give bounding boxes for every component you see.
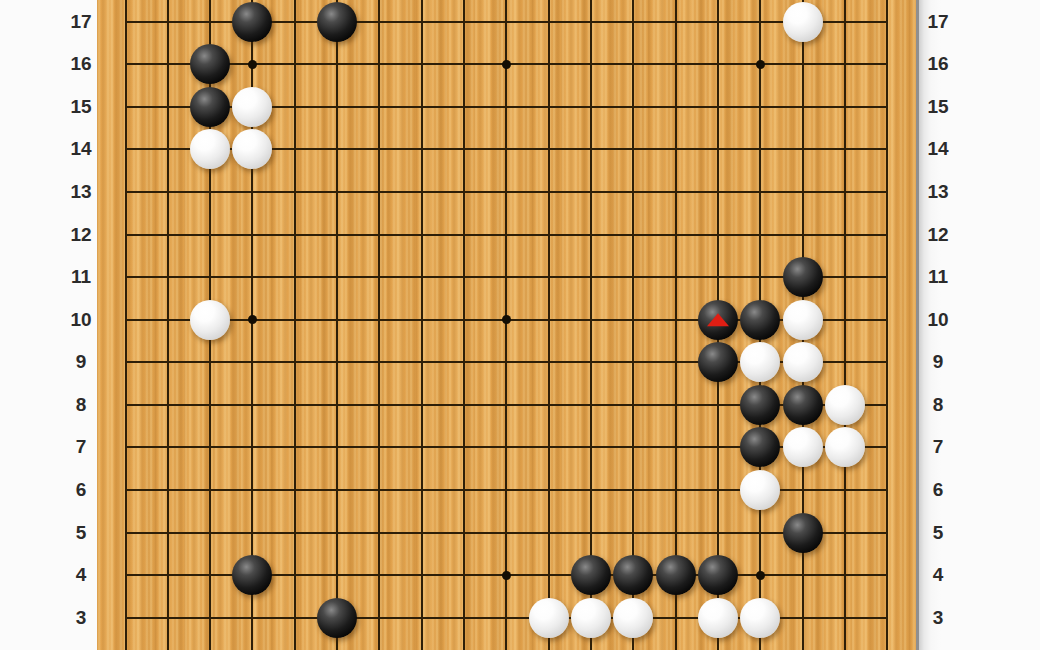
- go-app-window: 17161514131211109876543 1716151413121110…: [0, 0, 1040, 650]
- vertical-grid-line: [675, 0, 677, 650]
- row-label-right: 13: [918, 181, 958, 203]
- star-point: [248, 315, 257, 324]
- row-label-left: 8: [61, 394, 101, 416]
- horizontal-grid-line: [125, 234, 889, 236]
- black-stone[interactable]: [783, 385, 823, 425]
- row-label-right: 7: [918, 436, 958, 458]
- black-stone[interactable]: [698, 555, 738, 595]
- black-stone[interactable]: [190, 44, 230, 84]
- white-stone[interactable]: [783, 300, 823, 340]
- white-stone[interactable]: [825, 385, 865, 425]
- white-stone[interactable]: [529, 598, 569, 638]
- star-point: [248, 60, 257, 69]
- row-label-right: 14: [918, 138, 958, 160]
- black-stone[interactable]: [740, 300, 780, 340]
- left-coordinate-strip: 17161514131211109876543: [0, 0, 97, 650]
- white-stone[interactable]: [740, 470, 780, 510]
- black-stone[interactable]: [656, 555, 696, 595]
- white-stone[interactable]: [571, 598, 611, 638]
- row-label-left: 17: [61, 11, 101, 33]
- black-stone[interactable]: [232, 555, 272, 595]
- star-point: [756, 60, 765, 69]
- row-label-left: 3: [61, 607, 101, 629]
- white-stone[interactable]: [232, 129, 272, 169]
- row-label-right: 17: [918, 11, 958, 33]
- star-point: [756, 571, 765, 580]
- white-stone[interactable]: [783, 427, 823, 467]
- star-point: [502, 60, 511, 69]
- vertical-grid-line: [294, 0, 296, 650]
- row-label-right: 10: [918, 309, 958, 331]
- row-label-left: 14: [61, 138, 101, 160]
- white-stone[interactable]: [613, 598, 653, 638]
- vertical-grid-line: [886, 0, 888, 650]
- black-stone[interactable]: [698, 342, 738, 382]
- white-stone[interactable]: [825, 427, 865, 467]
- black-stone[interactable]: [317, 2, 357, 42]
- horizontal-grid-line: [125, 532, 889, 534]
- row-label-right: 15: [918, 96, 958, 118]
- vertical-grid-line: [844, 0, 846, 650]
- row-label-right: 8: [918, 394, 958, 416]
- vertical-grid-line: [505, 0, 507, 650]
- vertical-grid-line: [378, 0, 380, 650]
- black-stone[interactable]: [740, 385, 780, 425]
- row-label-left: 13: [61, 181, 101, 203]
- row-label-left: 4: [61, 564, 101, 586]
- row-label-left: 9: [61, 351, 101, 373]
- black-stone[interactable]: [783, 513, 823, 553]
- row-label-left: 15: [61, 96, 101, 118]
- white-stone[interactable]: [740, 342, 780, 382]
- black-stone[interactable]: [783, 257, 823, 297]
- row-label-left: 11: [61, 266, 101, 288]
- vertical-grid-line: [548, 0, 550, 650]
- row-label-right: 16: [918, 53, 958, 75]
- white-stone[interactable]: [783, 2, 823, 42]
- star-point: [502, 315, 511, 324]
- white-stone[interactable]: [190, 129, 230, 169]
- row-label-left: 12: [61, 224, 101, 246]
- row-label-right: 9: [918, 351, 958, 373]
- vertical-grid-line: [421, 0, 423, 650]
- white-stone[interactable]: [190, 300, 230, 340]
- row-label-right: 3: [918, 607, 958, 629]
- row-label-left: 5: [61, 522, 101, 544]
- white-stone[interactable]: [232, 87, 272, 127]
- right-coordinate-strip: 17161514131211109876543: [916, 0, 1040, 650]
- row-label-right: 6: [918, 479, 958, 501]
- row-label-left: 10: [61, 309, 101, 331]
- black-stone[interactable]: [232, 2, 272, 42]
- horizontal-grid-line: [125, 276, 889, 278]
- black-stone[interactable]: [698, 300, 738, 340]
- black-stone[interactable]: [190, 87, 230, 127]
- vertical-grid-line: [336, 0, 338, 650]
- row-label-right: 11: [918, 266, 958, 288]
- vertical-grid-line: [167, 0, 169, 650]
- star-point: [502, 571, 511, 580]
- row-label-right: 4: [918, 564, 958, 586]
- white-stone[interactable]: [783, 342, 823, 382]
- black-stone[interactable]: [571, 555, 611, 595]
- white-stone[interactable]: [740, 598, 780, 638]
- vertical-grid-line: [632, 0, 634, 650]
- black-stone[interactable]: [740, 427, 780, 467]
- row-label-left: 7: [61, 436, 101, 458]
- row-label-left: 6: [61, 479, 101, 501]
- white-stone[interactable]: [698, 598, 738, 638]
- black-stone[interactable]: [613, 555, 653, 595]
- vertical-grid-line: [590, 0, 592, 650]
- vertical-grid-line: [463, 0, 465, 650]
- triangle-marker-icon: [707, 313, 729, 326]
- row-label-right: 12: [918, 224, 958, 246]
- go-board[interactable]: [97, 0, 916, 650]
- black-stone[interactable]: [317, 598, 357, 638]
- row-label-right: 5: [918, 522, 958, 544]
- row-label-left: 16: [61, 53, 101, 75]
- horizontal-grid-line: [125, 191, 889, 193]
- vertical-grid-line: [125, 0, 127, 650]
